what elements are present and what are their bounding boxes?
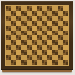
board-edge [2, 70, 72, 72]
board-cell [47, 50, 52, 55]
board-cell [6, 16, 11, 21]
board-cell [37, 40, 42, 45]
board-cell [32, 55, 37, 60]
photo-background [0, 0, 75, 75]
board-cell [47, 21, 52, 26]
board-cell [6, 60, 11, 65]
board-cell [63, 55, 68, 60]
board-cell [16, 50, 21, 55]
board-cell [52, 31, 57, 36]
board-cell [21, 21, 26, 26]
board-cell [63, 6, 68, 11]
board-cell [47, 60, 52, 65]
board-cell [63, 26, 68, 31]
board-cell [63, 16, 68, 21]
board-cell [47, 11, 52, 16]
board-cell [32, 6, 37, 11]
board-cell [32, 45, 37, 50]
board-cell [63, 35, 68, 40]
board-cell [63, 60, 68, 65]
board-frame [1, 1, 73, 70]
board-cell [32, 16, 37, 21]
board-cell [16, 60, 21, 65]
board-cell [16, 40, 21, 45]
game-board [5, 5, 69, 66]
